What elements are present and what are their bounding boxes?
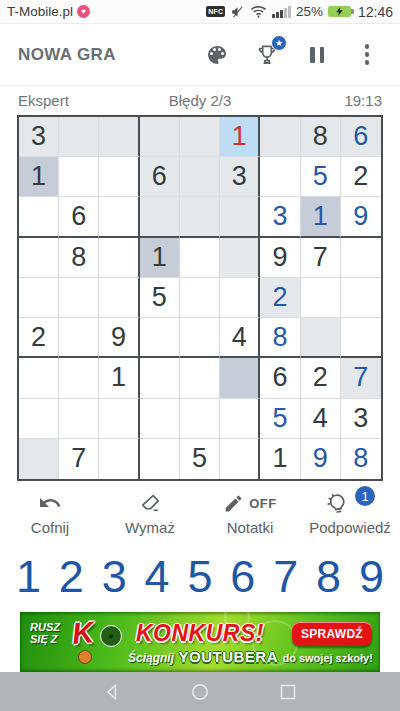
battery-charging-icon: [328, 6, 351, 18]
sudoku-cell-r6c2[interactable]: [59, 318, 99, 358]
sudoku-cell-r3c9[interactable]: 9: [341, 197, 381, 237]
sudoku-cell-r1c3[interactable]: [99, 117, 139, 157]
numpad-digit-1[interactable]: 1: [16, 554, 41, 599]
overflow-menu-button[interactable]: [354, 42, 380, 68]
sudoku-cell-r7c8[interactable]: 2: [301, 358, 341, 398]
sudoku-cell-r9c7[interactable]: 1: [260, 439, 300, 479]
sudoku-grid: 31861635263198197522948162754375198: [17, 115, 383, 481]
sudoku-cell-r4c8[interactable]: 7: [301, 238, 341, 278]
sudoku-cell-r5c4[interactable]: 5: [140, 278, 180, 318]
sudoku-cell-r1c7[interactable]: [260, 117, 300, 157]
ad-banner[interactable]: RUSZ SIĘ Z K ● KONKURS! Ściągnij YOUTUBE…: [20, 612, 380, 672]
sudoku-cell-r4c7[interactable]: 9: [260, 238, 300, 278]
sudoku-cell-r1c6[interactable]: 1: [220, 117, 260, 157]
palette-icon: [205, 43, 229, 67]
sudoku-cell-r4c3[interactable]: [99, 238, 139, 278]
pause-icon: [310, 47, 324, 63]
undo-label: Cofnij: [31, 519, 69, 536]
sudoku-cell-r9c8[interactable]: 9: [301, 439, 341, 479]
sudoku-cell-r9c1[interactable]: [19, 439, 59, 479]
sudoku-cell-r1c5[interactable]: [180, 117, 220, 157]
sudoku-cell-r9c4[interactable]: [140, 439, 180, 479]
numpad-digit-5[interactable]: 5: [187, 554, 212, 599]
status-bar: T-Mobile.pl ♥ NFC 25% 12:46: [0, 0, 400, 24]
sudoku-cell-r2c9[interactable]: 2: [341, 157, 381, 197]
ad-cta-button[interactable]: SPRAWDŹ: [292, 622, 372, 646]
sudoku-cell-r4c1[interactable]: [19, 238, 59, 278]
sudoku-cell-r6c3[interactable]: 9: [99, 318, 139, 358]
sudoku-cell-r3c6[interactable]: [220, 197, 260, 237]
sudoku-cell-r6c5[interactable]: [180, 318, 220, 358]
sudoku-cell-r6c4[interactable]: [140, 318, 180, 358]
sudoku-cell-r2c8[interactable]: 5: [301, 157, 341, 197]
sudoku-cell-r4c5[interactable]: [180, 238, 220, 278]
sudoku-cell-r3c4[interactable]: [140, 197, 180, 237]
recents-icon: [278, 682, 298, 702]
ad-area: RUSZ SIĘ Z K ● KONKURS! Ściągnij YOUTUBE…: [0, 608, 400, 672]
sudoku-cell-r8c7[interactable]: 5: [260, 399, 300, 439]
sudoku-cell-r5c9[interactable]: [341, 278, 381, 318]
pencil-icon: [223, 493, 244, 514]
sudoku-cell-r7c6[interactable]: [220, 358, 260, 398]
sudoku-cell-r6c9[interactable]: [341, 318, 381, 358]
mute-icon: [230, 5, 245, 19]
sudoku-cell-r6c7[interactable]: 8: [260, 318, 300, 358]
home-icon: [190, 682, 210, 702]
sudoku-cell-r2c5[interactable]: [180, 157, 220, 197]
erase-button[interactable]: Wymaż: [100, 490, 200, 545]
sudoku-cell-r3c1[interactable]: [19, 197, 59, 237]
sudoku-cell-r4c9[interactable]: [341, 238, 381, 278]
undo-button[interactable]: Cofnij: [0, 490, 100, 545]
page-title: NOWA GRA: [18, 45, 116, 65]
sudoku-cell-r5c3[interactable]: [99, 278, 139, 318]
sudoku-cell-r2c3[interactable]: [99, 157, 139, 197]
sudoku-cell-r1c2[interactable]: [59, 117, 99, 157]
sudoku-cell-r7c3[interactable]: 1: [99, 358, 139, 398]
back-icon: [102, 682, 122, 702]
timer-label: 19:13: [261, 92, 382, 109]
numpad-digit-9[interactable]: 9: [359, 554, 384, 599]
sudoku-cell-r3c2[interactable]: 6: [59, 197, 99, 237]
sudoku-cell-r2c6[interactable]: 3: [220, 157, 260, 197]
eraser-icon: [138, 491, 163, 516]
battery-percent: 25%: [296, 4, 323, 19]
erase-label: Wymaż: [125, 519, 175, 536]
sudoku-cell-r1c4[interactable]: [140, 117, 180, 157]
sudoku-cell-r5c8[interactable]: [301, 278, 341, 318]
sudoku-app-screen: T-Mobile.pl ♥ NFC 25% 12:46: [0, 0, 400, 711]
ad-soccer-ball-icon: ●: [100, 625, 122, 647]
board-area: 31861635263198197522948162754375198: [0, 115, 400, 481]
sudoku-cell-r6c1[interactable]: 2: [19, 318, 59, 358]
number-pad: 123456789: [0, 545, 400, 608]
sudoku-cell-r8c3[interactable]: [99, 399, 139, 439]
sudoku-cell-r7c5[interactable]: [180, 358, 220, 398]
sudoku-cell-r3c5[interactable]: [180, 197, 220, 237]
sudoku-cell-r5c5[interactable]: [180, 278, 220, 318]
numpad-digit-8[interactable]: 8: [316, 554, 341, 599]
theme-palette-button[interactable]: [204, 42, 230, 68]
sudoku-cell-r8c4[interactable]: [140, 399, 180, 439]
numpad-digit-6[interactable]: 6: [230, 554, 255, 599]
sudoku-cell-r6c6[interactable]: 4: [220, 318, 260, 358]
notes-button[interactable]: OFF Notatki: [200, 490, 300, 545]
numpad-digit-3[interactable]: 3: [102, 554, 127, 599]
sudoku-cell-r5c6[interactable]: [220, 278, 260, 318]
hint-badge: 1: [355, 486, 375, 506]
sudoku-cell-r9c3[interactable]: [99, 439, 139, 479]
sudoku-cell-r5c2[interactable]: [59, 278, 99, 318]
ad-headline: KONKURS!: [136, 620, 264, 647]
numpad-digit-7[interactable]: 7: [273, 554, 298, 599]
ad-basketball-icon: [78, 650, 92, 664]
sudoku-cell-r8c5[interactable]: [180, 399, 220, 439]
home-button[interactable]: [190, 682, 210, 702]
sudoku-cell-r5c1[interactable]: [19, 278, 59, 318]
lightbulb-icon: [323, 489, 352, 518]
sudoku-cell-r1c8[interactable]: 8: [301, 117, 341, 157]
sudoku-cell-r4c6[interactable]: [220, 238, 260, 278]
sudoku-cell-r8c9[interactable]: 3: [341, 399, 381, 439]
sudoku-cell-r2c2[interactable]: [59, 157, 99, 197]
sudoku-cell-r8c2[interactable]: [59, 399, 99, 439]
hint-button[interactable]: 1 Podpowiedź: [300, 490, 400, 545]
sudoku-cell-r7c1[interactable]: [19, 358, 59, 398]
recents-button[interactable]: [278, 682, 298, 702]
clock: 12:46: [358, 4, 393, 20]
sudoku-cell-r9c2[interactable]: 7: [59, 439, 99, 479]
sudoku-cell-r6c8[interactable]: [301, 318, 341, 358]
sudoku-cell-r7c7[interactable]: 6: [260, 358, 300, 398]
three-dots-icon: [365, 44, 370, 65]
toolbar: Cofnij Wymaż OFF Notatki: [0, 481, 400, 545]
ad-k-logo: K: [71, 615, 96, 651]
trophy-star-badge: ★: [271, 35, 287, 51]
sudoku-cell-r8c6[interactable]: [220, 399, 260, 439]
sudoku-cell-r8c1[interactable]: [19, 399, 59, 439]
sudoku-cell-r2c7[interactable]: [260, 157, 300, 197]
sudoku-cell-r9c5[interactable]: 5: [180, 439, 220, 479]
wifi-icon: [250, 5, 267, 18]
carrier-badge-icon: ♥: [77, 5, 90, 18]
sudoku-cell-r4c4[interactable]: 1: [140, 238, 180, 278]
carrier-label: T-Mobile.pl: [7, 4, 73, 19]
sudoku-cell-r1c1[interactable]: 3: [19, 117, 59, 157]
numpad-digit-2[interactable]: 2: [59, 554, 84, 599]
sudoku-cell-r9c6[interactable]: [220, 439, 260, 479]
game-info-bar: Ekspert Błędy 2/3 19:13: [0, 86, 400, 115]
back-button[interactable]: [102, 682, 122, 702]
notes-off-state: OFF: [249, 496, 277, 511]
sudoku-cell-r3c3[interactable]: [99, 197, 139, 237]
undo-icon: [37, 491, 63, 515]
achievements-button[interactable]: ★: [254, 42, 280, 68]
sudoku-cell-r4c2[interactable]: 8: [59, 238, 99, 278]
sudoku-cell-r5c7[interactable]: 2: [260, 278, 300, 318]
mistakes-label: Błędy 2/3: [139, 92, 260, 109]
app-bar: NOWA GRA ★: [0, 24, 400, 86]
sudoku-cell-r7c4[interactable]: [140, 358, 180, 398]
notes-label: Notatki: [227, 519, 274, 536]
sudoku-cell-r2c4[interactable]: 6: [140, 157, 180, 197]
sudoku-cell-r7c9[interactable]: 7: [341, 358, 381, 398]
sudoku-cell-r2c1[interactable]: 1: [19, 157, 59, 197]
sudoku-cell-r1c9[interactable]: 6: [341, 117, 381, 157]
android-nav-bar: [0, 672, 400, 711]
sudoku-cell-r3c8[interactable]: 1: [301, 197, 341, 237]
sudoku-cell-r7c2[interactable]: [59, 358, 99, 398]
pause-button[interactable]: [304, 42, 330, 68]
numpad-digit-4[interactable]: 4: [145, 554, 170, 599]
difficulty-label: Ekspert: [18, 92, 139, 109]
ad-subline: Ściągnij YOUTUBERA do swojej szkoły!: [128, 648, 373, 666]
sudoku-cell-r3c7[interactable]: 3: [260, 197, 300, 237]
sudoku-cell-r8c8[interactable]: 4: [301, 399, 341, 439]
sudoku-cell-r9c9[interactable]: 8: [341, 439, 381, 479]
signal-icon: [272, 6, 291, 18]
nfc-icon: NFC: [206, 6, 225, 17]
ad-logo-text: RUSZ SIĘ Z: [30, 621, 60, 645]
hint-label: Podpowiedź: [309, 519, 391, 536]
